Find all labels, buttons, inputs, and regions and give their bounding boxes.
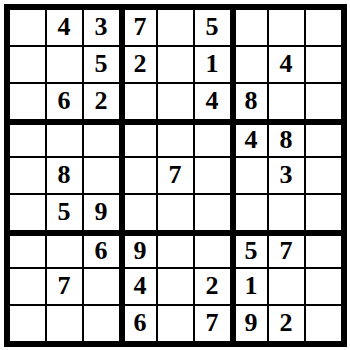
cell-r1c2[interactable]: 4 — [47, 10, 82, 45]
cell-r8c7[interactable]: 1 — [232, 269, 267, 304]
cell-r7c6[interactable] — [195, 232, 230, 267]
cell-r6c6[interactable] — [195, 195, 230, 230]
cell-r3c6[interactable]: 4 — [195, 84, 230, 119]
cell-r7c4[interactable]: 9 — [121, 232, 156, 267]
cell-r3c1[interactable] — [10, 84, 45, 119]
cell-r3c5[interactable] — [158, 84, 193, 119]
cell-r2c4[interactable]: 2 — [121, 47, 156, 82]
cell-r9c4[interactable]: 6 — [121, 306, 156, 341]
cell-r8c1[interactable] — [10, 269, 45, 304]
cell-r3c7[interactable]: 8 — [232, 84, 267, 119]
cell-r2c7[interactable] — [232, 47, 267, 82]
cell-r5c3[interactable] — [84, 158, 119, 193]
cell-r5c2[interactable]: 8 — [47, 158, 82, 193]
cell-r5c5[interactable]: 7 — [158, 158, 193, 193]
cell-r6c4[interactable] — [121, 195, 156, 230]
cell-r2c6[interactable]: 1 — [195, 47, 230, 82]
cell-r1c4[interactable]: 7 — [121, 10, 156, 45]
cell-r3c3[interactable]: 2 — [84, 84, 119, 119]
cell-r6c7[interactable] — [232, 195, 267, 230]
cell-r8c4[interactable]: 4 — [121, 269, 156, 304]
cell-r4c6[interactable] — [195, 121, 230, 156]
cell-r4c9[interactable] — [306, 121, 341, 156]
cell-r1c1[interactable] — [10, 10, 45, 45]
cell-r2c5[interactable] — [158, 47, 193, 82]
cell-r2c1[interactable] — [10, 47, 45, 82]
cell-r6c1[interactable] — [10, 195, 45, 230]
cell-r9c2[interactable] — [47, 306, 82, 341]
cell-r4c3[interactable] — [84, 121, 119, 156]
cell-r9c6[interactable]: 7 — [195, 306, 230, 341]
cell-r1c9[interactable] — [306, 10, 341, 45]
cell-r4c7[interactable]: 4 — [232, 121, 267, 156]
cell-r4c5[interactable] — [158, 121, 193, 156]
cell-r8c5[interactable] — [158, 269, 193, 304]
sudoku-board: 4375521462484887359695774216792 — [4, 4, 347, 347]
cell-r2c9[interactable] — [306, 47, 341, 82]
cell-r6c8[interactable] — [269, 195, 304, 230]
cell-r8c9[interactable] — [306, 269, 341, 304]
cell-r1c6[interactable]: 5 — [195, 10, 230, 45]
cell-r4c4[interactable] — [121, 121, 156, 156]
cell-r5c7[interactable] — [232, 158, 267, 193]
cell-r7c2[interactable] — [47, 232, 82, 267]
cell-r1c3[interactable]: 3 — [84, 10, 119, 45]
cell-r4c2[interactable] — [47, 121, 82, 156]
cell-r1c8[interactable] — [269, 10, 304, 45]
cell-r9c3[interactable] — [84, 306, 119, 341]
cell-r3c4[interactable] — [121, 84, 156, 119]
cell-r6c5[interactable] — [158, 195, 193, 230]
cell-r9c8[interactable]: 2 — [269, 306, 304, 341]
cell-r6c3[interactable]: 9 — [84, 195, 119, 230]
cell-r7c9[interactable] — [306, 232, 341, 267]
cell-r7c3[interactable]: 6 — [84, 232, 119, 267]
cell-r3c2[interactable]: 6 — [47, 84, 82, 119]
sudoku-page: 4375521462484887359695774216792 — [0, 0, 350, 350]
cell-r8c8[interactable] — [269, 269, 304, 304]
cell-r7c5[interactable] — [158, 232, 193, 267]
cell-r8c6[interactable]: 2 — [195, 269, 230, 304]
cell-r9c1[interactable] — [10, 306, 45, 341]
cell-r5c9[interactable] — [306, 158, 341, 193]
cell-r9c7[interactable]: 9 — [232, 306, 267, 341]
cell-r5c4[interactable] — [121, 158, 156, 193]
cell-r7c7[interactable]: 5 — [232, 232, 267, 267]
cell-r9c5[interactable] — [158, 306, 193, 341]
cell-r3c9[interactable] — [306, 84, 341, 119]
cell-r9c9[interactable] — [306, 306, 341, 341]
cell-r6c2[interactable]: 5 — [47, 195, 82, 230]
cell-r2c8[interactable]: 4 — [269, 47, 304, 82]
cell-r2c3[interactable]: 5 — [84, 47, 119, 82]
cell-r5c1[interactable] — [10, 158, 45, 193]
cell-r4c1[interactable] — [10, 121, 45, 156]
cell-r7c1[interactable] — [10, 232, 45, 267]
cell-r6c9[interactable] — [306, 195, 341, 230]
cell-r2c2[interactable] — [47, 47, 82, 82]
cell-r1c7[interactable] — [232, 10, 267, 45]
cell-r8c3[interactable] — [84, 269, 119, 304]
cell-r5c8[interactable]: 3 — [269, 158, 304, 193]
cell-r7c8[interactable]: 7 — [269, 232, 304, 267]
cell-r3c8[interactable] — [269, 84, 304, 119]
cell-r4c8[interactable]: 8 — [269, 121, 304, 156]
cell-r5c6[interactable] — [195, 158, 230, 193]
cell-r1c5[interactable] — [158, 10, 193, 45]
cell-r8c2[interactable]: 7 — [47, 269, 82, 304]
